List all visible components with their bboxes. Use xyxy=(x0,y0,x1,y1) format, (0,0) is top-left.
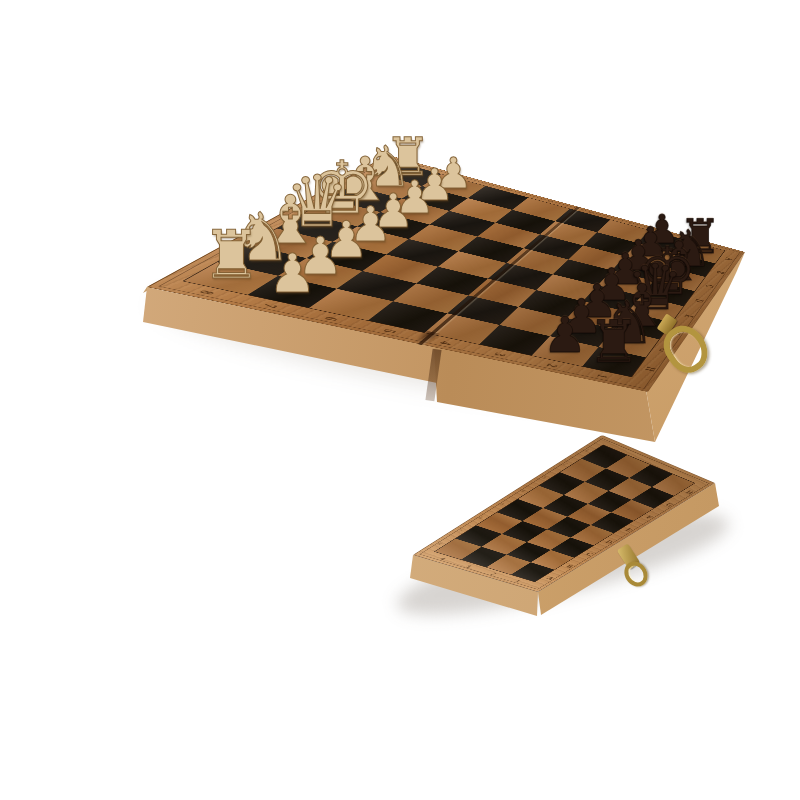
dark-pawn: ♟ xyxy=(543,311,587,360)
light-pawn: ♟ xyxy=(349,201,392,250)
dark-pawn: ♟ xyxy=(576,278,617,324)
dark-queen: ♛ xyxy=(627,256,684,319)
light-pawn: ♟ xyxy=(394,175,435,221)
light-pawn: ♟ xyxy=(434,152,472,195)
dark-rook: ♜ xyxy=(679,214,721,261)
dark-pawn: ♟ xyxy=(606,248,645,291)
dark-bishop: ♝ xyxy=(655,235,703,289)
light-bishop: ♝ xyxy=(338,149,392,209)
dark-bishop: ♝ xyxy=(616,276,669,335)
light-pawn: ♟ xyxy=(324,215,369,265)
light-pawn: ♟ xyxy=(372,187,414,234)
light-rook: ♜ xyxy=(384,131,431,184)
light-pawn: ♟ xyxy=(297,230,344,282)
light-pawn: ♟ xyxy=(268,247,316,301)
light-king: ♚ xyxy=(309,150,375,223)
dark-king: ♚ xyxy=(638,239,697,304)
dark-rook: ♜ xyxy=(587,313,639,371)
light-queen: ♛ xyxy=(285,167,349,238)
dark-knight: ♞ xyxy=(667,224,712,275)
dark-knight: ♞ xyxy=(602,294,655,353)
light-knight: ♞ xyxy=(232,204,292,271)
dark-pawn: ♟ xyxy=(592,263,632,308)
light-rook: ♜ xyxy=(201,222,261,289)
light-bishop: ♝ xyxy=(261,187,321,254)
dark-pawn: ♟ xyxy=(644,210,680,250)
light-knight: ♞ xyxy=(362,139,412,195)
chess-set-product-photo: 87654321 ABCDEFGH 87654321 ABCDEFGH 4321… xyxy=(0,0,800,800)
chess-pieces-layer: ♜♟♜♟♞♟♞♟♝♟♝♟♚♟♚♟♛♟♛♟♝♟♝♟♞♟♞♟♜♟♜♟ xyxy=(0,0,800,800)
dark-pawn: ♟ xyxy=(619,235,657,277)
dark-pawn: ♟ xyxy=(632,222,669,263)
dark-pawn: ♟ xyxy=(560,294,603,342)
light-pawn: ♟ xyxy=(415,163,455,207)
